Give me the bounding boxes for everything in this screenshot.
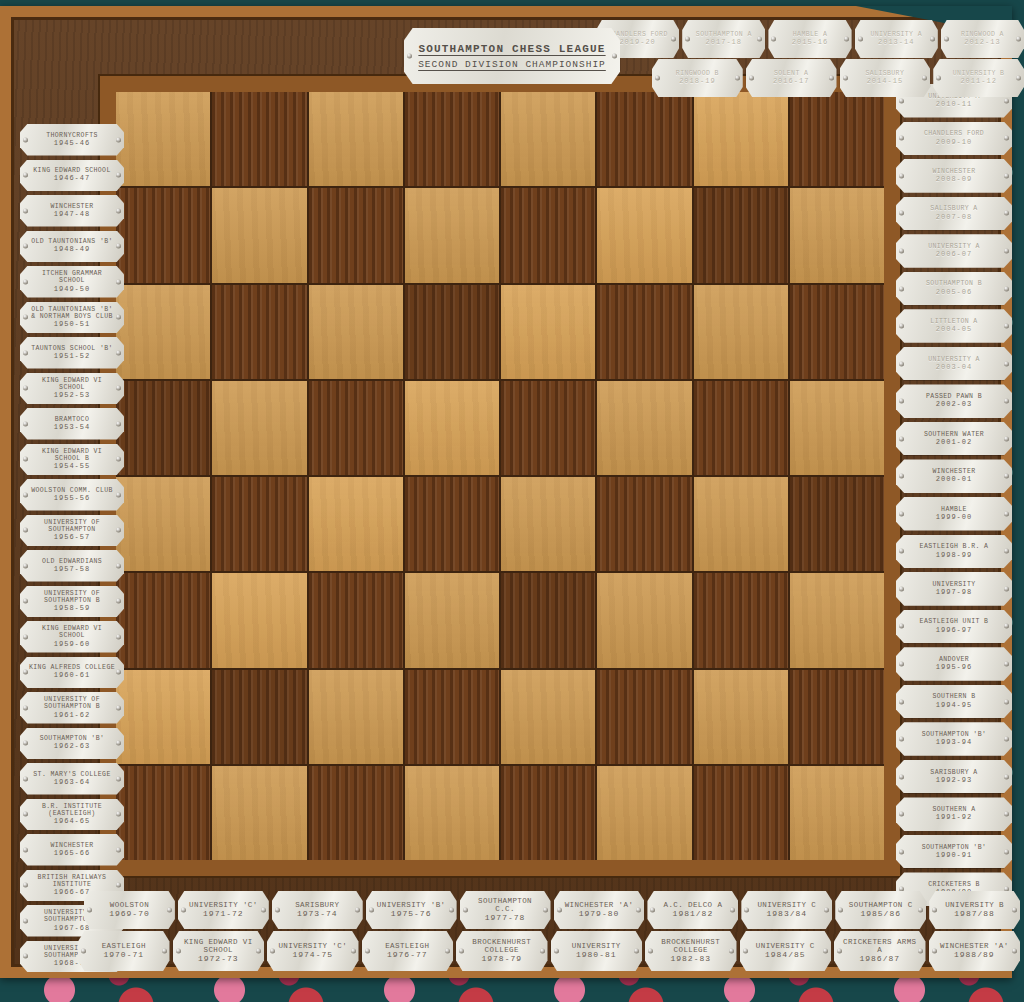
winner-plaque: RINGWOOD A2012-13	[941, 20, 1024, 58]
winner-name: UNIVERSITY OF SOUTHAMPTON B	[28, 590, 116, 605]
winner-season: 1974-75	[292, 951, 333, 960]
winner-name: UNIVERSITY B	[945, 901, 1004, 909]
screw-icon	[23, 634, 28, 639]
square-a7	[116, 188, 210, 282]
winner-name: UNIVERSITY B	[953, 70, 1005, 77]
winner-name: BRITISH RAILWAYS INSTITUTE	[28, 874, 116, 889]
screw-icon	[181, 908, 186, 913]
screw-icon	[837, 949, 842, 954]
winner-plaque: SOUTHAMPTON A2017-18	[682, 20, 765, 58]
winner-name: UNIVERSITY	[932, 581, 975, 588]
square-a5	[116, 381, 210, 475]
square-a6	[116, 285, 210, 379]
winner-plaque: ANDOVER1995-96	[896, 647, 1012, 681]
winner-season: 2012-13	[964, 39, 1000, 47]
winner-name: THORNYCROFTS	[46, 132, 98, 139]
winner-name: CHANDLERS FORD	[924, 130, 984, 137]
screw-icon	[116, 812, 121, 817]
screw-icon	[899, 286, 904, 291]
square-e2	[501, 670, 595, 764]
winner-plaque: SOUTHAMPTON 'B'1990-91	[896, 835, 1012, 869]
square-g5	[694, 381, 788, 475]
square-d7	[405, 188, 499, 282]
winner-name: ITCHEN GRAMMAR SCHOOL	[28, 270, 116, 285]
winner-plaque: HAMBLE1999-00	[896, 497, 1012, 531]
screw-icon	[1004, 173, 1009, 178]
winner-name: SOUTHERN WATER	[924, 431, 984, 438]
screw-icon	[1004, 211, 1009, 216]
screw-icon	[1004, 399, 1009, 404]
square-a2	[116, 670, 210, 764]
winner-name: OLD EDWARDIANS	[42, 558, 102, 565]
square-c7	[309, 188, 403, 282]
winner-season: 1963-64	[54, 779, 90, 787]
winner-season: 2005-06	[936, 289, 972, 297]
square-e4	[501, 477, 595, 571]
winner-plaque: UNIVERSITY OF SOUTHAMPTON B1961-62	[20, 692, 124, 724]
winner-name: UNIVERSITY C	[757, 901, 816, 909]
winner-plaque: KING EDWARD VI SCHOOL1959-60	[20, 621, 124, 653]
chessboard-frame	[100, 76, 900, 876]
winner-season: 1947-48	[54, 211, 90, 219]
screw-icon	[162, 949, 167, 954]
winner-season: 1976-77	[387, 951, 428, 960]
square-f3	[597, 573, 691, 667]
screw-icon	[116, 386, 121, 391]
screw-icon	[843, 76, 848, 81]
screw-icon	[899, 361, 904, 366]
winner-plaque: SOUTHAMPTON B2005-06	[896, 272, 1012, 306]
winner-name: SOUTHAMPTON 'B'	[40, 735, 105, 742]
winner-plaque: EASTLEIGH UNIT B1996-97	[896, 610, 1012, 644]
screw-icon	[23, 208, 28, 213]
square-f7	[597, 188, 691, 282]
winner-plaque: UNIVERSITY OF SOUTHAMPTON1956-57	[20, 515, 124, 547]
winner-name: UNIVERSITY C	[756, 942, 815, 950]
square-h8	[790, 92, 884, 186]
screw-icon	[23, 492, 28, 497]
winner-season: 1986/87	[859, 955, 900, 964]
winner-season: 1987/88	[954, 910, 995, 919]
square-g8	[694, 92, 788, 186]
winner-name: UNIVERSITY 'B'	[377, 901, 446, 909]
screw-icon	[23, 315, 28, 320]
winner-season: 1964-65	[54, 818, 90, 826]
square-g1	[694, 766, 788, 860]
title-plaque: SOUTHAMPTON CHESS LEAGUE SECOND DIVISION…	[404, 28, 620, 84]
screw-icon	[899, 849, 904, 854]
square-c6	[309, 285, 403, 379]
screw-icon	[116, 315, 121, 320]
winner-season: 1985/86	[860, 910, 901, 919]
screw-icon	[543, 908, 548, 913]
screw-icon	[23, 528, 28, 533]
screw-icon	[23, 173, 28, 178]
square-c4	[309, 477, 403, 571]
screw-icon	[23, 847, 28, 852]
square-c8	[309, 92, 403, 186]
screw-icon	[116, 883, 121, 888]
screw-icon	[116, 173, 121, 178]
winner-name: SALISBURY	[866, 70, 905, 77]
winner-plaque: KING EDWARD SCHOOL1946-47	[20, 160, 124, 192]
screw-icon	[23, 883, 28, 888]
screw-icon	[1004, 98, 1009, 103]
square-h7	[790, 188, 884, 282]
winner-name: SALISBURY A	[930, 205, 977, 212]
winner-season: 1997-98	[936, 589, 972, 597]
winner-name: UNIVERSITY A	[870, 31, 922, 38]
winner-name: LITTLETON A	[930, 318, 977, 325]
winner-plaque: UNIVERSITY B1987/88	[929, 891, 1020, 929]
screw-icon	[1004, 624, 1009, 629]
screw-icon	[116, 350, 121, 355]
winner-name: KING ALFREDS COLLEGE	[29, 664, 115, 671]
winner-season: 1980-81	[576, 951, 617, 960]
screw-icon	[116, 528, 121, 533]
screw-icon	[23, 421, 28, 426]
screw-icon	[23, 350, 28, 355]
square-h5	[790, 381, 884, 475]
screw-icon	[824, 908, 829, 913]
screw-icon	[899, 173, 904, 178]
winner-plaque: ST. MARY'S COLLEGE1963-64	[20, 763, 124, 795]
winner-name: B.R. INSTITUTE (EASTLEIGH)	[28, 803, 116, 818]
winner-season: 2010-11	[936, 101, 972, 109]
square-d8	[405, 92, 499, 186]
championship-subtitle: SECOND DIVISION CHAMPIONSHIP	[418, 59, 606, 70]
winner-season: 1995-96	[936, 664, 972, 672]
screw-icon	[899, 774, 904, 779]
square-e1	[501, 766, 595, 860]
square-g3	[694, 573, 788, 667]
screw-icon	[1004, 549, 1009, 554]
screw-icon	[116, 137, 121, 142]
winner-season: 2018-19	[679, 78, 715, 86]
winner-season: 1952-53	[54, 392, 90, 400]
winner-season: 1956-57	[54, 534, 90, 542]
square-e8	[501, 92, 595, 186]
winner-name: EASTLEIGH B.R. A	[920, 543, 989, 550]
screw-icon	[459, 949, 464, 954]
winner-season: 1953-54	[54, 424, 90, 432]
winner-season: 1955-56	[54, 495, 90, 503]
winner-name: TAUNTONS SCHOOL 'B'	[31, 345, 113, 352]
winner-plaque: WINCHESTER 'A'1979-80	[554, 891, 645, 929]
screw-icon	[1004, 324, 1009, 329]
winner-plaque: UNIVERSITY 'B'1975-76	[366, 891, 457, 929]
winner-plaque: WINCHESTER 'A'1988/89	[929, 931, 1021, 971]
square-b5	[212, 381, 306, 475]
top-winners-row-upper: CHANDLERS FORD2019-20SOUTHAMPTON A2017-1…	[596, 20, 1024, 58]
winner-season: 2004-05	[936, 326, 972, 334]
winner-season: 1996-97	[936, 627, 972, 635]
winner-plaque: SOUTHAMPTON 'B'1962-63	[20, 728, 124, 760]
winner-name: BROCKENHURST COLLEGE	[653, 938, 729, 955]
screw-icon	[899, 511, 904, 516]
winner-season: 1975-76	[391, 910, 432, 919]
winner-plaque: OLD EDWARDIANS1957-58	[20, 550, 124, 582]
winner-name: SOUTHAMPTON C.C.	[468, 897, 543, 914]
screw-icon	[749, 76, 754, 81]
screw-icon	[899, 248, 904, 253]
screw-icon	[1004, 849, 1009, 854]
winner-season: 1950-51	[54, 321, 90, 329]
winner-name: BROCKENHURST COLLEGE	[464, 938, 540, 955]
square-b2	[212, 670, 306, 764]
winner-plaque: RINGWOOD B2018-19	[652, 59, 743, 97]
winner-season: 1954-55	[54, 463, 90, 471]
winner-name: SOUTHERN B	[932, 693, 975, 700]
screw-icon	[634, 949, 639, 954]
screw-icon	[256, 949, 261, 954]
square-f1	[597, 766, 691, 860]
screw-icon	[116, 670, 121, 675]
winner-season: 1973-74	[297, 910, 338, 919]
winner-name: KING EDWARD VI SCHOOL	[28, 625, 116, 640]
square-c5	[309, 381, 403, 475]
winner-plaque: LITTLETON A2004-05	[896, 309, 1012, 343]
screw-icon	[744, 908, 749, 913]
winner-season: 1961-62	[54, 712, 90, 720]
winner-name: UNIVERSITY	[572, 942, 621, 950]
winner-plaque: SOLENT A2016-17	[746, 59, 837, 97]
winner-name: UNIVERSITY OF SOUTHAMPTON	[28, 519, 116, 534]
screw-icon	[23, 918, 28, 923]
winner-name: UNIVERSITY A	[928, 243, 980, 250]
winner-plaque: BROCKENHURST COLLEGE1978-79	[456, 931, 548, 971]
winner-name: CRICKETERS ARMS A	[842, 938, 918, 955]
winner-plaque: OLD TAUNTONIANS 'B' & NORTHAM BOYS CLUB1…	[20, 302, 124, 334]
screw-icon	[176, 949, 181, 954]
screw-icon	[365, 949, 370, 954]
square-h3	[790, 573, 884, 667]
screw-icon	[1004, 136, 1009, 141]
square-d4	[405, 477, 499, 571]
screw-icon	[899, 699, 904, 704]
winner-season: 2001-02	[936, 439, 972, 447]
screw-icon	[116, 279, 121, 284]
square-b4	[212, 477, 306, 571]
winner-plaque: HAMBLE A2015-16	[768, 20, 851, 58]
screw-icon	[1004, 511, 1009, 516]
winner-plaque: SOUTHAMPTON 'B'1993-94	[896, 722, 1012, 756]
screw-icon	[899, 737, 904, 742]
screw-icon	[650, 908, 655, 913]
screw-icon	[918, 908, 923, 913]
winner-season: 2014-15	[867, 78, 903, 86]
screw-icon	[369, 908, 374, 913]
winner-season: 1962-63	[54, 743, 90, 751]
screw-icon	[351, 949, 356, 954]
square-g4	[694, 477, 788, 571]
square-a4	[116, 477, 210, 571]
winner-name: A.C. DELCO A	[663, 901, 722, 909]
winner-season: 2000-01	[936, 476, 972, 484]
screw-icon	[636, 908, 641, 913]
winner-season: 2006-07	[936, 251, 972, 259]
winner-plaque: UNIVERSITY A2003-04	[896, 347, 1012, 381]
winner-name: SOUTHAMPTON C	[849, 901, 913, 909]
square-f5	[597, 381, 691, 475]
right-winners-column: UNIVERSITY A2010-11CHANDLERS FORD2009-10…	[896, 84, 1012, 906]
winner-plaque: SOUTHERN WATER2001-02	[896, 422, 1012, 456]
screw-icon	[899, 436, 904, 441]
screw-icon	[23, 457, 28, 462]
screw-icon	[823, 949, 828, 954]
screw-icon	[116, 634, 121, 639]
square-f4	[597, 477, 691, 571]
screw-icon	[1004, 586, 1009, 591]
winner-name: BRAMTOCO	[55, 416, 89, 423]
winner-season: 1994-95	[936, 702, 972, 710]
square-c1	[309, 766, 403, 860]
winner-name: UNIVERSITY 'C'	[278, 942, 347, 950]
square-d2	[405, 670, 499, 764]
winner-plaque: SARISBURY1973-74	[272, 891, 363, 929]
square-d5	[405, 381, 499, 475]
winner-plaque: SOUTHERN A1991-92	[896, 797, 1012, 831]
winner-name: UNIVERSITY A	[928, 356, 980, 363]
screw-icon	[116, 208, 121, 213]
screw-icon	[23, 563, 28, 568]
screw-icon	[838, 908, 843, 913]
screw-icon	[612, 54, 617, 59]
square-h1	[790, 766, 884, 860]
square-f6	[597, 285, 691, 379]
winner-name: SOUTHAMPTON A	[696, 31, 752, 38]
screw-icon	[1004, 286, 1009, 291]
screw-icon	[23, 386, 28, 391]
winner-plaque: UNIVERSITY1980-81	[551, 931, 643, 971]
winner-plaque: UNIVERSITY B2011-12	[933, 59, 1024, 97]
square-a8	[116, 92, 210, 186]
winner-plaque: OLD TAUNTONIANS 'B'1948-49	[20, 231, 124, 263]
screw-icon	[116, 421, 121, 426]
winner-plaque: WOOLSTON COMM. CLUB1955-56	[20, 479, 124, 511]
screw-icon	[899, 399, 904, 404]
screw-icon	[449, 908, 454, 913]
winner-name: KING EDWARD VI SCHOOL	[181, 938, 257, 955]
winner-name: SOUTHERN A	[932, 806, 975, 813]
winner-name: KING EDWARD SCHOOL	[33, 167, 110, 174]
winner-name: UNIVERSITY OF SOUTHAMPTON B	[28, 696, 116, 711]
league-title: SOUTHAMPTON CHESS LEAGUE	[418, 43, 605, 55]
screw-icon	[829, 76, 834, 81]
screw-icon	[730, 908, 735, 913]
screw-icon	[844, 37, 849, 42]
winner-name: WOOLSTON COMM. CLUB	[31, 487, 113, 494]
square-c3	[309, 573, 403, 667]
winner-season: 1991-92	[936, 814, 972, 822]
winner-season: 1978-79	[481, 955, 522, 964]
winner-plaque: UNIVERSITY 'C'1971-72	[178, 891, 269, 929]
screw-icon	[899, 549, 904, 554]
screw-icon	[899, 624, 904, 629]
winner-season: 1948-49	[54, 246, 90, 254]
winner-plaque: EASTLEIGH1976-77	[362, 931, 454, 971]
winner-name: EASTLEIGH UNIT B	[920, 618, 989, 625]
winner-season: 2007-08	[936, 214, 972, 222]
winner-season: 2019-20	[619, 39, 655, 47]
winner-name: SARISBURY A	[930, 769, 977, 776]
left-winners-column: THORNYCROFTS1945-46KING EDWARD SCHOOL194…	[20, 124, 124, 972]
winner-name: WOOLSTON	[110, 901, 149, 909]
screw-icon	[685, 37, 690, 42]
winner-season: 1990-91	[936, 852, 972, 860]
winner-name: KING EDWARD VI SCHOOL B	[28, 448, 116, 463]
screw-icon	[23, 137, 28, 142]
screw-icon	[899, 474, 904, 479]
square-c2	[309, 670, 403, 764]
winner-name: WINCHESTER 'A'	[940, 942, 1009, 950]
winner-season: 1977-78	[485, 914, 526, 923]
winner-name: ANDOVER	[939, 656, 969, 663]
square-g6	[694, 285, 788, 379]
square-f8	[597, 92, 691, 186]
winner-plaque: SALISBURY2014-15	[840, 59, 931, 97]
winner-name: EASTLEIGH	[385, 942, 429, 950]
winner-plaque: UNIVERSITY A2013-14	[855, 20, 938, 58]
screw-icon	[918, 949, 923, 954]
winner-plaque: UNIVERSITY C1983/84	[741, 891, 832, 929]
winner-name: KING EDWARD VI SCHOOL	[28, 377, 116, 392]
screw-icon	[116, 599, 121, 604]
screw-icon	[899, 98, 904, 103]
screw-icon	[1004, 436, 1009, 441]
winner-plaque: BROCKENHURST COLLEGE1982-83	[645, 931, 737, 971]
winner-plaque: KING ALFREDS COLLEGE1960-61	[20, 657, 124, 689]
screw-icon	[1004, 361, 1009, 366]
winner-season: 1970-71	[103, 951, 144, 960]
screw-icon	[116, 492, 121, 497]
square-d6	[405, 285, 499, 379]
winner-season: 1992-93	[936, 777, 972, 785]
winner-season: 1982-83	[670, 955, 711, 964]
screw-icon	[116, 244, 121, 249]
winner-plaque: WINCHESTER2000-01	[896, 459, 1012, 493]
screw-icon	[1004, 248, 1009, 253]
winner-name: HAMBLE	[941, 506, 967, 513]
winner-plaque: SOUTHAMPTON C.C.1977-78	[460, 891, 551, 929]
screw-icon	[1004, 774, 1009, 779]
winner-name: RINGWOOD B	[676, 70, 719, 77]
winner-season: 1981/82	[673, 910, 714, 919]
square-h2	[790, 670, 884, 764]
screw-icon	[23, 954, 28, 959]
winner-name: UNIVERSITY 'C'	[189, 901, 258, 909]
square-f2	[597, 670, 691, 764]
square-h4	[790, 477, 884, 571]
screw-icon	[1004, 661, 1009, 666]
screw-icon	[557, 908, 562, 913]
screw-icon	[1004, 474, 1009, 479]
screw-icon	[899, 812, 904, 817]
winner-plaque: SALISBURY A2007-08	[896, 197, 1012, 231]
screw-icon	[116, 563, 121, 568]
winner-season: 1958-59	[54, 605, 90, 613]
screw-icon	[116, 705, 121, 710]
screw-icon	[899, 586, 904, 591]
screw-icon	[932, 949, 937, 954]
square-d3	[405, 573, 499, 667]
screw-icon	[23, 670, 28, 675]
winner-name: SARISBURY	[295, 901, 339, 909]
winner-plaque: SOUTHAMPTON C1985/86	[835, 891, 926, 929]
screw-icon	[1016, 37, 1021, 42]
winner-name: WINCHESTER	[50, 842, 93, 849]
screw-icon	[899, 211, 904, 216]
